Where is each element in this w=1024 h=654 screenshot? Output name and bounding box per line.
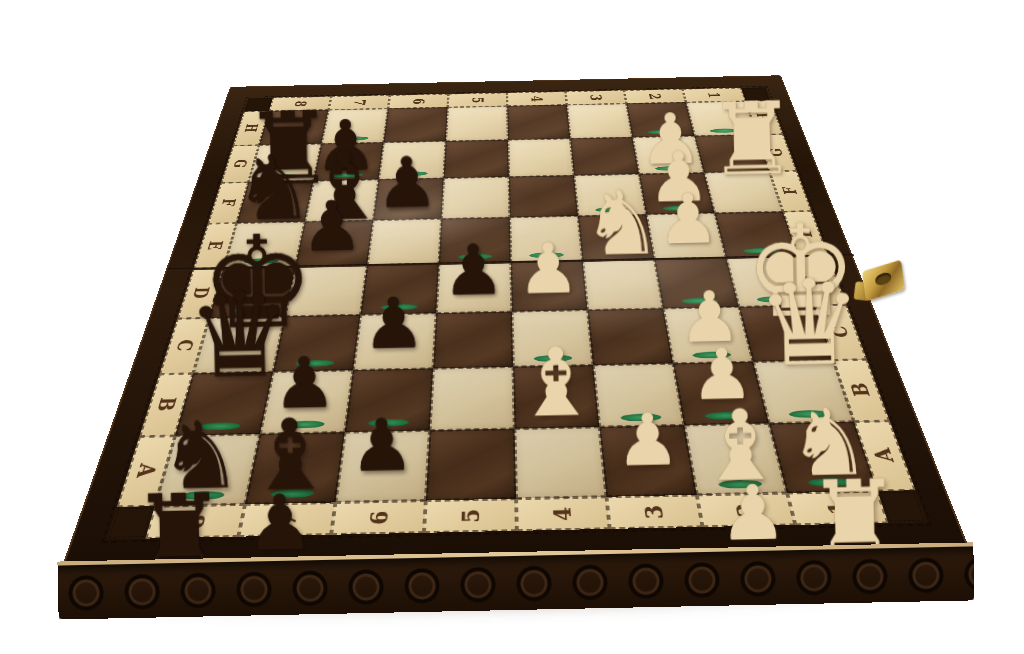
- piece-black-pawn-b6[interactable]: ♟: [345, 428, 430, 430]
- square-b5[interactable]: [430, 367, 515, 431]
- white-knight-glyph: ♞: [581, 182, 655, 265]
- rank-label-top-6: 6: [388, 94, 448, 109]
- piece-black-bishop-b7[interactable]: ♝: [261, 430, 346, 432]
- rank-label-text: 3: [588, 94, 604, 100]
- square-g3[interactable]: [570, 137, 639, 175]
- square-d6[interactable]: ♟: [361, 264, 439, 315]
- rank-label-text: 6: [366, 510, 391, 525]
- square-e8[interactable]: ♚: [224, 222, 305, 268]
- piece-white-pawn-b3[interactable]: ♟: [599, 422, 684, 424]
- piece-black-pawn-d6[interactable]: ♟: [361, 311, 437, 313]
- black-queen-glyph: ♛: [186, 281, 270, 391]
- rank-label-bottom-4: 4: [516, 497, 610, 531]
- square-g5[interactable]: [444, 140, 509, 178]
- square-e4[interactable]: ♟: [510, 216, 583, 262]
- rank-label-text: 4: [550, 506, 575, 521]
- square-g6[interactable]: ♟: [379, 141, 446, 179]
- piece-black-pawn-e5[interactable]: ♟: [439, 260, 511, 262]
- square-c5[interactable]: [433, 312, 513, 369]
- square-f4[interactable]: [509, 175, 578, 217]
- square-b6[interactable]: ♟: [345, 369, 433, 433]
- square-e1[interactable]: ♚: [715, 212, 798, 258]
- square-d2[interactable]: ♟: [654, 258, 739, 309]
- square-g4[interactable]: [508, 139, 574, 177]
- board-grid: 87654321H♜♟♟♜HG♞♝♟♟GF♟♞♟FE♚♟♟♚ED♛♟♟♛DC♟♝…: [106, 87, 927, 539]
- rank-label-top-5: 5: [448, 93, 508, 108]
- rank-label-text: 4: [529, 96, 545, 102]
- white-queen-glyph: ♛: [755, 269, 839, 379]
- piece-black-pawn-c7[interactable]: ♟: [274, 368, 354, 370]
- square-f3[interactable]: ♞: [574, 174, 646, 216]
- piece-white-bishop-b2[interactable]: ♝: [684, 421, 769, 423]
- piece-white-pawn-h2[interactable]: ♟: [632, 135, 694, 136]
- square-h5[interactable]: [446, 106, 508, 141]
- square-c4[interactable]: ♝: [512, 310, 593, 367]
- square-b3[interactable]: ♟: [593, 363, 684, 426]
- brass-clasp-icon: [845, 259, 908, 310]
- board-tilt-wrapper: 87654321H♜♟♟♜HG♞♝♟♟GF♟♞♟FE♚♟♟♚ED♛♟♟♛DC♟♝…: [0, 0, 1024, 654]
- white-pawn-glyph: ♟: [652, 187, 725, 252]
- white-pawn-glyph: ♟: [705, 477, 801, 549]
- board-plane: 87654321H♜♟♟♜HG♞♝♟♟GF♟♞♟FE♚♟♟♚ED♛♟♟♛DC♟♝…: [62, 75, 970, 567]
- square-f5[interactable]: [441, 177, 509, 219]
- rank-label-bottom-6: 6: [331, 501, 426, 535]
- square-h6[interactable]: [384, 107, 448, 142]
- square-c3[interactable]: [588, 308, 674, 365]
- rank-label-top-3: 3: [565, 90, 626, 105]
- white-pawn-glyph: ♟: [603, 407, 693, 475]
- square-a4[interactable]: [515, 427, 607, 499]
- piece-white-pawn-e4[interactable]: ♟: [511, 259, 583, 261]
- piece-white-rook-h1[interactable]: ♜: [694, 133, 756, 134]
- square-h2[interactable]: ♟: [626, 102, 694, 137]
- rank-label-text: 6: [410, 98, 426, 104]
- piece-black-pawn-g6[interactable]: ♟: [379, 177, 444, 178]
- piece-white-pawn-c2[interactable]: ♟: [673, 359, 753, 361]
- black-pawn-glyph: ♟: [435, 238, 511, 303]
- square-d8[interactable]: ♛: [209, 267, 295, 318]
- product-photo: 87654321H♜♟♟♜HG♞♝♟♟GF♟♞♟FE♚♟♟♚ED♛♟♟♛DC♟♝…: [0, 0, 1024, 654]
- piece-black-pawn-f7[interactable]: ♟: [305, 218, 373, 219]
- board-scene: 87654321H♜♟♟♜HG♞♝♟♟GF♟♞♟FE♚♟♟♚ED♛♟♟♛DC♟♝…: [43, 0, 970, 567]
- piece-white-knight-f3[interactable]: ♞: [578, 213, 646, 214]
- piece-white-bishop-c4[interactable]: ♝: [513, 363, 593, 365]
- piece-black-queen-d8[interactable]: ♛: [210, 314, 286, 316]
- rank-label-bottom-5: 5: [424, 499, 517, 533]
- piece-white-pawn-a2[interactable]: ♟: [696, 490, 786, 492]
- piece-white-pawn-d2[interactable]: ♟: [663, 305, 739, 307]
- piece-black-bishop-g7[interactable]: ♝: [314, 178, 379, 179]
- rank-label-top-4: 4: [507, 91, 567, 106]
- square-e5[interactable]: ♟: [439, 217, 511, 263]
- square-d3[interactable]: [583, 259, 664, 310]
- black-pawn-glyph: ♟: [354, 291, 434, 357]
- rank-label-bottom-3: 3: [606, 495, 702, 529]
- square-h3[interactable]: [567, 104, 633, 139]
- square-g7[interactable]: ♝: [314, 142, 384, 180]
- piece-black-pawn-a7[interactable]: ♟: [246, 499, 336, 501]
- file-label-text: F: [780, 187, 800, 195]
- white-rook-glyph: ♜: [706, 93, 774, 187]
- rank-label-text: 3: [641, 504, 667, 518]
- rank-label-text: 5: [470, 97, 486, 103]
- black-pawn-glyph: ♟: [232, 487, 328, 559]
- rank-label-text: 5: [458, 508, 482, 523]
- white-bishop-glyph: ♝: [513, 339, 600, 428]
- square-h4[interactable]: [507, 105, 570, 140]
- white-pawn-glyph: ♟: [510, 236, 586, 301]
- square-a5[interactable]: [426, 429, 516, 501]
- black-pawn-glyph: ♟: [337, 413, 427, 481]
